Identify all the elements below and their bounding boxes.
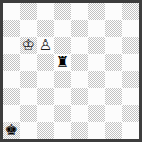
square-e8[interactable] bbox=[71, 3, 88, 20]
square-f8[interactable] bbox=[88, 3, 105, 20]
square-h1[interactable] bbox=[122, 122, 139, 139]
square-c2[interactable] bbox=[37, 105, 54, 122]
square-f3[interactable] bbox=[88, 88, 105, 105]
square-f1[interactable] bbox=[88, 122, 105, 139]
square-g1[interactable] bbox=[105, 122, 122, 139]
square-g7[interactable] bbox=[105, 20, 122, 37]
square-e5[interactable] bbox=[71, 54, 88, 71]
square-e1[interactable] bbox=[71, 122, 88, 139]
square-c3[interactable] bbox=[37, 88, 54, 105]
square-c1[interactable] bbox=[37, 122, 54, 139]
square-g5[interactable] bbox=[105, 54, 122, 71]
square-d3[interactable] bbox=[54, 88, 71, 105]
chess-board: ♔♙♜♚ bbox=[3, 3, 139, 139]
square-f5[interactable] bbox=[88, 54, 105, 71]
square-h7[interactable] bbox=[122, 20, 139, 37]
square-f2[interactable] bbox=[88, 105, 105, 122]
square-g4[interactable] bbox=[105, 71, 122, 88]
square-e7[interactable] bbox=[71, 20, 88, 37]
square-a6[interactable] bbox=[3, 37, 20, 54]
square-f6[interactable] bbox=[88, 37, 105, 54]
black-rook[interactable]: ♜ bbox=[54, 54, 71, 71]
square-a7[interactable] bbox=[3, 20, 20, 37]
square-b5[interactable] bbox=[20, 54, 37, 71]
square-h8[interactable] bbox=[122, 3, 139, 20]
square-d5[interactable]: ♜ bbox=[54, 54, 71, 71]
square-b7[interactable] bbox=[20, 20, 37, 37]
square-e6[interactable] bbox=[71, 37, 88, 54]
square-e3[interactable] bbox=[71, 88, 88, 105]
black-king[interactable]: ♚ bbox=[3, 122, 20, 139]
square-d7[interactable] bbox=[54, 20, 71, 37]
square-a4[interactable] bbox=[3, 71, 20, 88]
square-f7[interactable] bbox=[88, 20, 105, 37]
square-a8[interactable] bbox=[3, 3, 20, 20]
square-a5[interactable] bbox=[3, 54, 20, 71]
square-g2[interactable] bbox=[105, 105, 122, 122]
square-f4[interactable] bbox=[88, 71, 105, 88]
square-h6[interactable] bbox=[122, 37, 139, 54]
square-d2[interactable] bbox=[54, 105, 71, 122]
square-b2[interactable] bbox=[20, 105, 37, 122]
square-d6[interactable] bbox=[54, 37, 71, 54]
square-g6[interactable] bbox=[105, 37, 122, 54]
square-c8[interactable] bbox=[37, 3, 54, 20]
square-c7[interactable] bbox=[37, 20, 54, 37]
square-h3[interactable] bbox=[122, 88, 139, 105]
white-king[interactable]: ♔ bbox=[20, 37, 37, 54]
square-e2[interactable] bbox=[71, 105, 88, 122]
square-c4[interactable] bbox=[37, 71, 54, 88]
square-e4[interactable] bbox=[71, 71, 88, 88]
square-d8[interactable] bbox=[54, 3, 71, 20]
square-a1[interactable]: ♚ bbox=[3, 122, 20, 139]
square-b4[interactable] bbox=[20, 71, 37, 88]
square-g3[interactable] bbox=[105, 88, 122, 105]
square-a3[interactable] bbox=[3, 88, 20, 105]
square-d4[interactable] bbox=[54, 71, 71, 88]
square-d1[interactable] bbox=[54, 122, 71, 139]
square-b6[interactable]: ♔ bbox=[20, 37, 37, 54]
square-c5[interactable] bbox=[37, 54, 54, 71]
square-c6[interactable]: ♙ bbox=[37, 37, 54, 54]
square-b1[interactable] bbox=[20, 122, 37, 139]
white-pawn[interactable]: ♙ bbox=[37, 37, 54, 54]
square-g8[interactable] bbox=[105, 3, 122, 20]
square-a2[interactable] bbox=[3, 105, 20, 122]
square-h2[interactable] bbox=[122, 105, 139, 122]
square-b8[interactable] bbox=[20, 3, 37, 20]
chess-board-frame: ♔♙♜♚ bbox=[0, 0, 142, 142]
square-h4[interactable] bbox=[122, 71, 139, 88]
square-h5[interactable] bbox=[122, 54, 139, 71]
square-b3[interactable] bbox=[20, 88, 37, 105]
